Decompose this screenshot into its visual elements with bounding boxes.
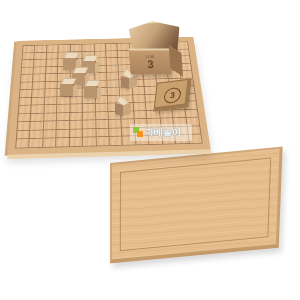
box-number-label: 3 [147,59,154,70]
wooden-cube-rotated[interactable] [115,97,131,116]
wooden-cube[interactable] [60,78,76,97]
cube-face [84,86,98,98]
cube-face [60,84,74,96]
lid-number-stamp: 3 [163,86,182,103]
watermark-text: 가베놀이 [145,126,181,139]
cube-face [123,103,131,116]
box-lid[interactable]: 3 [153,79,191,112]
cube-face [95,61,99,74]
lid-number: 3 [170,90,176,100]
product-photo: 가베 3 3 가베놀이 [0,0,300,300]
cube-face [97,86,101,99]
cube-face [73,84,77,97]
cube-face [121,76,129,89]
wooden-cube[interactable] [84,80,100,99]
watermark-logo-orange-icon [137,131,143,137]
watermark: 가베놀이 [130,124,192,141]
cube-face [115,103,123,116]
wooden-box[interactable]: 가베 3 [126,19,185,79]
box-front-face: 가베 3 [129,48,172,74]
